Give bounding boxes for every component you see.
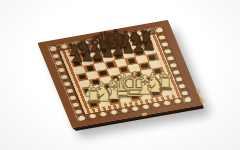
hinge-icon — [195, 89, 200, 95]
clasp-icon — [142, 113, 147, 117]
hinge-icon — [199, 98, 204, 104]
board-square-h1 — [159, 87, 172, 96]
chess-set-photo: ♜♞♝♛♚♝♞♜♟♟♟♟♟♟♟♟♟♟♟♟♟♟♟♟♜♞♝♛♚♝♞♜ — [0, 0, 240, 150]
chess-board — [37, 20, 202, 128]
